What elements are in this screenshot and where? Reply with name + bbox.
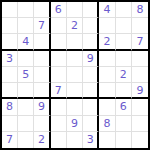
cell-r9c9[interactable] [132, 132, 148, 148]
cell-r9c6[interactable]: 3 [83, 132, 99, 148]
cell-r4c8[interactable] [116, 51, 132, 67]
cell-r1c5[interactable] [67, 2, 83, 18]
cell-r6c4[interactable]: 7 [51, 83, 67, 99]
cell-r8c6[interactable] [83, 116, 99, 132]
cell-r6c2[interactable] [18, 83, 34, 99]
cell-r5c1[interactable] [2, 67, 18, 83]
cell-r4c9[interactable] [132, 51, 148, 67]
cell-r5c5[interactable] [67, 67, 83, 83]
cell-r1c6[interactable] [83, 2, 99, 18]
cell-r8c7[interactable]: 8 [99, 116, 115, 132]
cell-r4c1[interactable]: 3 [2, 51, 18, 67]
cell-r2c8[interactable] [116, 18, 132, 34]
cell-r5c4[interactable] [51, 67, 67, 83]
cell-r6c3[interactable] [34, 83, 50, 99]
cell-r3c1[interactable] [2, 34, 18, 50]
cell-r7c4[interactable] [51, 99, 67, 115]
cell-r6c6[interactable] [83, 83, 99, 99]
cell-r6c9[interactable]: 9 [132, 83, 148, 99]
cell-r6c7[interactable] [99, 83, 115, 99]
cell-r9c3[interactable]: 2 [34, 132, 50, 148]
cell-r7c2[interactable] [18, 99, 34, 115]
cell-r5c8[interactable]: 2 [116, 67, 132, 83]
cell-r9c2[interactable] [18, 132, 34, 148]
cell-r5c7[interactable] [99, 67, 115, 83]
cell-r6c8[interactable] [116, 83, 132, 99]
cell-r8c9[interactable] [132, 116, 148, 132]
cell-r2c4[interactable] [51, 18, 67, 34]
cell-r4c3[interactable] [34, 51, 50, 67]
cell-r5c9[interactable] [132, 67, 148, 83]
cell-r3c5[interactable] [67, 34, 83, 50]
cell-r3c2[interactable]: 4 [18, 34, 34, 50]
cell-r3c3[interactable] [34, 34, 50, 50]
cell-r5c6[interactable] [83, 67, 99, 83]
cell-r2c6[interactable] [83, 18, 99, 34]
cell-r1c7[interactable]: 4 [99, 2, 115, 18]
cell-r4c6[interactable]: 9 [83, 51, 99, 67]
cell-r8c4[interactable] [51, 116, 67, 132]
cell-r1c3[interactable] [34, 2, 50, 18]
cell-r1c2[interactable] [18, 2, 34, 18]
cell-r9c7[interactable] [99, 132, 115, 148]
cell-r8c3[interactable] [34, 116, 50, 132]
cell-r1c8[interactable] [116, 2, 132, 18]
cell-r4c4[interactable] [51, 51, 67, 67]
cell-r2c1[interactable] [2, 18, 18, 34]
cell-r7c1[interactable]: 8 [2, 99, 18, 115]
cell-r8c2[interactable] [18, 116, 34, 132]
cell-r5c3[interactable] [34, 67, 50, 83]
sudoku-board: 6487242739527989698723 [0, 0, 150, 150]
cell-r5c2[interactable]: 5 [18, 67, 34, 83]
cell-r9c1[interactable]: 7 [2, 132, 18, 148]
cell-r7c7[interactable] [99, 99, 115, 115]
cell-r3c4[interactable] [51, 34, 67, 50]
cell-r4c5[interactable] [67, 51, 83, 67]
cell-r6c5[interactable] [67, 83, 83, 99]
cell-r3c9[interactable]: 7 [132, 34, 148, 50]
cell-r8c5[interactable]: 9 [67, 116, 83, 132]
cell-r9c5[interactable] [67, 132, 83, 148]
cell-r4c2[interactable] [18, 51, 34, 67]
cell-r7c3[interactable]: 9 [34, 99, 50, 115]
cell-r1c4[interactable]: 6 [51, 2, 67, 18]
cell-r7c5[interactable] [67, 99, 83, 115]
cell-r3c6[interactable] [83, 34, 99, 50]
cell-r3c8[interactable] [116, 34, 132, 50]
cell-r7c9[interactable] [132, 99, 148, 115]
cell-r2c7[interactable] [99, 18, 115, 34]
cell-r7c8[interactable]: 6 [116, 99, 132, 115]
cell-r2c3[interactable]: 7 [34, 18, 50, 34]
cell-r9c4[interactable] [51, 132, 67, 148]
cell-r1c9[interactable]: 8 [132, 2, 148, 18]
cell-r6c1[interactable] [2, 83, 18, 99]
cell-r8c1[interactable] [2, 116, 18, 132]
cell-r1c1[interactable] [2, 2, 18, 18]
cell-r3c7[interactable]: 2 [99, 34, 115, 50]
cell-r2c5[interactable]: 2 [67, 18, 83, 34]
cell-r4c7[interactable] [99, 51, 115, 67]
cell-r2c2[interactable] [18, 18, 34, 34]
cell-r7c6[interactable] [83, 99, 99, 115]
cell-r9c8[interactable] [116, 132, 132, 148]
cell-r2c9[interactable] [132, 18, 148, 34]
cell-r8c8[interactable] [116, 116, 132, 132]
